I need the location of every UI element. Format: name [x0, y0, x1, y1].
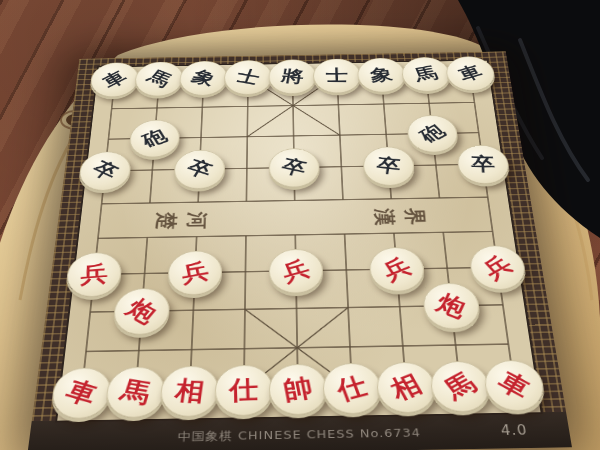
piece-red-炮[interactable]: 炮 — [422, 283, 482, 330]
piece-glyph: 車 — [494, 368, 533, 403]
piece-glyph: 兵 — [180, 260, 211, 286]
piece-red-相[interactable]: 相 — [376, 362, 438, 414]
xiangqi-board: 楚 河 漢 界 車馬象士將士象馬車砲砲卒卒卒卒卒兵兵兵兵兵炮炮車馬相仕帥仕相馬車… — [27, 51, 572, 450]
piece-glyph: 象 — [189, 68, 218, 89]
piece-black-砲[interactable]: 砲 — [406, 115, 460, 153]
piece-red-兵[interactable]: 兵 — [368, 247, 426, 292]
piece-black-象[interactable]: 象 — [357, 58, 407, 93]
piece-black-馬[interactable]: 馬 — [401, 57, 452, 92]
piece-black-卒[interactable]: 卒 — [77, 151, 132, 191]
piece-black-卒[interactable]: 卒 — [173, 150, 225, 190]
piece-glyph: 相 — [174, 378, 206, 405]
piece-black-士[interactable]: 士 — [224, 60, 272, 95]
piece-red-仕[interactable]: 仕 — [322, 363, 382, 415]
piece-red-兵[interactable]: 兵 — [64, 252, 123, 297]
piece-red-兵[interactable]: 兵 — [269, 249, 324, 294]
piece-red-帥[interactable]: 帥 — [269, 364, 328, 416]
piece-glyph: 卒 — [279, 156, 308, 178]
piece-red-兵[interactable]: 兵 — [468, 245, 528, 290]
piece-red-兵[interactable]: 兵 — [167, 250, 223, 295]
piece-glyph: 兵 — [80, 262, 108, 286]
piece-glyph: 兵 — [378, 254, 415, 284]
piece-red-車[interactable]: 車 — [482, 360, 547, 412]
board-grid[interactable]: 車馬象士將士象馬車砲砲卒卒卒卒卒兵兵兵兵兵炮炮車馬相仕帥仕相馬車 — [52, 59, 544, 415]
piece-glyph: 卒 — [89, 159, 122, 184]
piece-glyph: 卒 — [184, 157, 216, 181]
piece-black-馬[interactable]: 馬 — [134, 61, 184, 96]
piece-glyph: 車 — [455, 63, 485, 84]
piece-red-仕[interactable]: 仕 — [214, 364, 273, 416]
piece-red-馬[interactable]: 馬 — [429, 361, 492, 413]
piece-glyph: 相 — [387, 371, 426, 404]
piece-glyph: 炮 — [122, 295, 161, 327]
piece-glyph: 車 — [99, 68, 130, 90]
piece-glyph: 車 — [62, 377, 100, 409]
piece-glyph: 卒 — [471, 155, 496, 174]
piece-red-炮[interactable]: 炮 — [112, 288, 171, 335]
piece-black-士[interactable]: 士 — [313, 58, 362, 93]
piece-red-馬[interactable]: 馬 — [104, 366, 166, 418]
piece-black-砲[interactable]: 砲 — [128, 120, 180, 158]
piece-glyph: 士 — [326, 68, 349, 84]
board-version-text: 4.0 — [500, 422, 529, 438]
piece-glyph: 象 — [369, 66, 395, 84]
piece-glyph: 馬 — [118, 377, 154, 407]
piece-black-卒[interactable]: 卒 — [269, 148, 320, 188]
piece-glyph: 仕 — [334, 372, 371, 404]
piece-glyph: 馬 — [412, 64, 440, 83]
board-frame: 楚 河 漢 界 車馬象士將士象馬車砲砲卒卒卒卒卒兵兵兵兵兵炮炮車馬相仕帥仕相馬車… — [27, 51, 572, 450]
piece-glyph: 仕 — [229, 377, 259, 404]
piece-black-車[interactable]: 車 — [89, 62, 140, 97]
board-title-text: 中国象棋 CHINESE CHESS No.6734 — [28, 422, 570, 447]
piece-glyph: 兵 — [479, 252, 517, 282]
piece-glyph: 砲 — [139, 127, 170, 151]
piece-black-卒[interactable]: 卒 — [362, 146, 416, 186]
scene: 楚 河 漢 界 車馬象士將士象馬車砲砲卒卒卒卒卒兵兵兵兵兵炮炮車馬相仕帥仕相馬車… — [0, 0, 600, 450]
piece-black-卒[interactable]: 卒 — [455, 145, 511, 185]
board-field: 楚 河 漢 界 車馬象士將士象馬車砲砲卒卒卒卒卒兵兵兵兵兵炮炮車馬相仕帥仕相馬車 — [57, 61, 540, 421]
piece-glyph: 將 — [280, 68, 305, 86]
piece-black-將[interactable]: 將 — [269, 59, 317, 94]
piece-glyph: 兵 — [279, 257, 313, 285]
piece-glyph: 炮 — [433, 291, 469, 322]
piece-black-象[interactable]: 象 — [179, 61, 228, 96]
piece-glyph: 砲 — [416, 122, 449, 146]
piece-glyph: 士 — [234, 68, 261, 87]
piece-red-相[interactable]: 相 — [159, 365, 219, 417]
piece-black-車[interactable]: 車 — [444, 56, 496, 91]
piece-glyph: 卒 — [375, 156, 401, 177]
piece-red-車[interactable]: 車 — [50, 367, 113, 419]
piece-glyph: 馬 — [440, 369, 481, 404]
piece-glyph: 馬 — [144, 68, 175, 90]
piece-glyph: 帥 — [281, 374, 314, 403]
